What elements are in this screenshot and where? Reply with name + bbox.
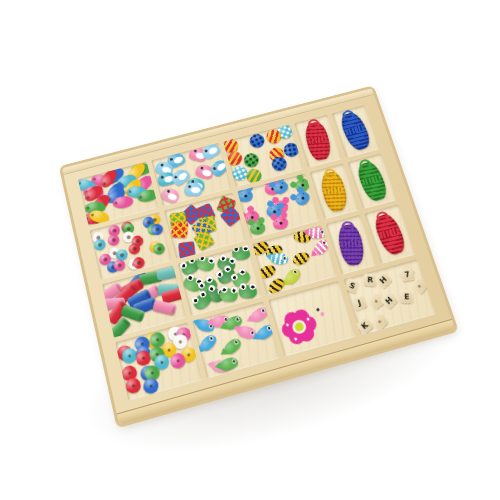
mouse-bead [237, 189, 253, 203]
frog-bead [195, 256, 216, 273]
frog-bead [239, 285, 257, 298]
cord-bead [354, 159, 390, 203]
duck-bead [160, 186, 182, 205]
ball-bead [106, 232, 122, 247]
compartment-round-beads [115, 322, 202, 400]
fish-bead [311, 237, 332, 257]
duck-bead [185, 182, 203, 195]
dotball-bead [248, 132, 267, 149]
bee-bead [257, 263, 277, 280]
cord-bead [337, 110, 373, 152]
compartment-fish-beads [192, 301, 279, 378]
cord-bead [371, 211, 408, 257]
compartment-flower-moon [268, 281, 356, 357]
lettercube-bead: 7 [399, 267, 414, 282]
dotball-bead [243, 152, 260, 168]
lettercube-bead: H [380, 291, 398, 309]
frog-bead [219, 288, 238, 303]
lettercube-bead: S [344, 278, 360, 294]
cord-bead [303, 121, 333, 162]
mouse-bead [272, 215, 290, 230]
butterfly-bead [171, 222, 188, 239]
cord-bead [319, 170, 349, 212]
ball-l-bead [142, 377, 160, 395]
fish-bead [269, 251, 289, 266]
lettercube-bead: J [352, 295, 368, 311]
butterfly-bead [178, 241, 196, 259]
fish-bead [282, 266, 303, 286]
ball-bead [113, 258, 126, 272]
fish-bead [197, 332, 219, 353]
mouse-bead [249, 221, 266, 236]
lettercube-bead: E [400, 290, 413, 303]
lettercube-bead: H [375, 271, 393, 288]
cyl-bead [156, 266, 181, 282]
dotball-bead [270, 156, 287, 172]
stripeball-bead [245, 167, 264, 185]
fish-bead [221, 336, 243, 357]
dotball-bead [281, 140, 302, 159]
lettercube-bead [371, 313, 389, 331]
fish-bead [254, 323, 276, 342]
lettercube-bead [410, 278, 427, 295]
fish-bead [248, 305, 270, 324]
mouse-bead [293, 189, 313, 208]
bead-box-product-photo: SRH7LJHEK [0, 0, 500, 500]
cord-bead [336, 223, 366, 267]
ball-l-bead [124, 377, 142, 395]
cyl-bead [152, 299, 178, 316]
